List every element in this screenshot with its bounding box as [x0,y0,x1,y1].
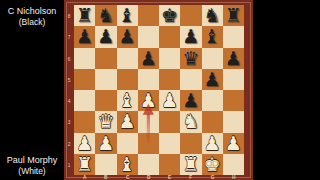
board-square [117,133,138,154]
board-square: ♜ [74,154,95,175]
black-queen-piece: ♛ [182,49,199,68]
white-pawn-piece: ♟ [76,134,93,153]
board-square: ♞ [202,5,223,26]
board-square [159,48,180,69]
board-square: ♜ [74,5,95,26]
white-pawn-piece: ♟ [140,91,157,110]
board-square [159,111,180,132]
black-pawn-piece: ♟ [204,70,221,89]
chess-board-grid: ♜♞♝♚♞♜♟♟♟♟♝♟♛♟♟♝♟♟♟♛♟♞♟♟♟♟♜♝♜♚ [74,5,244,175]
board-square: ♟ [117,111,138,132]
white-bishop-piece: ♝ [119,91,136,110]
board-square [202,90,223,111]
board-square [202,48,223,69]
board-square [223,69,244,90]
board-square [138,69,159,90]
file-label: B [97,176,114,180]
chess-video-frame: C Nicholson (Black) Paul Morphy (White) … [0,0,320,180]
white-player-side: (White) [0,166,64,177]
white-rook-piece: ♜ [182,155,199,174]
black-knight-piece: ♞ [204,6,221,25]
file-label: A [76,176,93,180]
board-square: ♝ [117,5,138,26]
black-pawn-piece: ♟ [119,27,136,46]
file-label: D [140,176,157,180]
board-square: ♝ [202,26,223,47]
board-square [159,154,180,175]
black-bishop-piece: ♝ [119,6,136,25]
board-square: ♟ [223,48,244,69]
board-square [159,69,180,90]
black-rook-piece: ♜ [225,6,242,25]
white-pawn-piece: ♟ [161,91,178,110]
board-square [159,133,180,154]
board-square: ♟ [138,90,159,111]
rank-label: 3 [65,113,73,130]
file-label: F [182,176,199,180]
white-pawn-piece: ♟ [204,134,221,153]
board-square: ♜ [223,5,244,26]
board-square: ♟ [74,26,95,47]
rank-label: 5 [65,71,73,88]
board-square: ♟ [95,133,116,154]
board-square [180,133,201,154]
board-square: ♟ [180,90,201,111]
white-knight-piece: ♞ [182,112,199,131]
white-pawn-piece: ♟ [97,134,114,153]
rank-label: 4 [65,92,73,109]
board-square [223,111,244,132]
board-square [117,69,138,90]
white-bishop-piece: ♝ [119,155,136,174]
board-square: ♟ [117,26,138,47]
board-square: ♟ [202,133,223,154]
board-square: ♟ [223,133,244,154]
board-square [138,5,159,26]
board-square [138,111,159,132]
white-player-name: Paul Morphy [0,155,64,166]
black-bishop-piece: ♝ [204,27,221,46]
black-pawn-piece: ♟ [76,27,93,46]
board-square: ♜ [180,154,201,175]
rank-label: 6 [65,50,73,67]
file-labels: ABCDEFGH [74,175,244,180]
white-queen-piece: ♛ [97,112,114,131]
rank-label: 8 [65,7,73,24]
black-rook-piece: ♜ [76,6,93,25]
black-player-name: C Nicholson [0,6,64,17]
board-square: ♟ [95,26,116,47]
board-square: ♟ [74,133,95,154]
board-square [95,69,116,90]
board-square [202,111,223,132]
rank-labels: 87654321 [64,5,74,175]
board-square [223,26,244,47]
white-player-label: Paul Morphy (White) [0,155,64,177]
board-square [180,69,201,90]
board-square: ♝ [117,90,138,111]
board-square [138,26,159,47]
rank-label: 7 [65,28,73,45]
board-square: ♚ [159,5,180,26]
black-player-side: (Black) [0,17,64,28]
white-rook-piece: ♜ [76,155,93,174]
black-pawn-piece: ♟ [97,27,114,46]
board-square [138,154,159,175]
black-knight-piece: ♞ [97,6,114,25]
board-square [138,133,159,154]
board-square: ♛ [95,111,116,132]
board-square [95,90,116,111]
board-square: ♞ [180,111,201,132]
black-king-piece: ♚ [161,6,178,25]
board-square: ♛ [180,48,201,69]
board-square: ♚ [202,154,223,175]
white-pawn-piece: ♟ [225,134,242,153]
board-square: ♝ [117,154,138,175]
board-square: ♞ [95,5,116,26]
board-square [117,48,138,69]
file-label: G [204,176,221,180]
black-player-label: C Nicholson (Black) [0,6,64,28]
black-pawn-piece: ♟ [182,91,199,110]
board-square: ♟ [159,90,180,111]
black-pawn-piece: ♟ [182,27,199,46]
board-square [95,154,116,175]
board-square [74,111,95,132]
chess-board: 87654321 ABCDEFGH ♜♞♝♚♞♜♟♟♟♟♝♟♛♟♟♝♟♟♟♛♟♞… [64,0,253,180]
file-label: H [225,176,242,180]
board-square: ♟ [202,69,223,90]
file-label: E [161,176,178,180]
board-square [95,48,116,69]
file-label: C [119,176,136,180]
rank-label: 2 [65,135,73,152]
board-square [74,69,95,90]
board-square [74,48,95,69]
board-square: ♟ [138,48,159,69]
board-square [223,90,244,111]
board-square [159,26,180,47]
black-pawn-piece: ♟ [140,49,157,68]
black-pawn-piece: ♟ [225,49,242,68]
board-square [180,5,201,26]
white-pawn-piece: ♟ [119,112,136,131]
board-square [223,154,244,175]
board-square: ♟ [180,26,201,47]
white-king-piece: ♚ [204,155,221,174]
rank-label: 1 [65,156,73,173]
board-square [74,90,95,111]
